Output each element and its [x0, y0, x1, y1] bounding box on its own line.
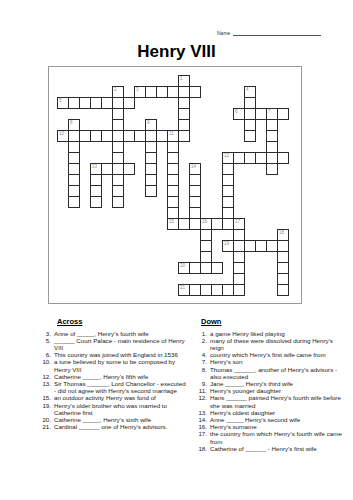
grid-cell-r11c3[interactable] — [90, 196, 102, 208]
clue-text: ______ Court Palace - main residence of … — [54, 337, 186, 351]
cell-number-17: 17 — [235, 219, 240, 224]
cell-number-2: 2 — [114, 87, 117, 92]
grid-cell-r5c17[interactable] — [244, 130, 256, 142]
clue-text: country which Henry's first wife came fr… — [210, 351, 345, 358]
across-clue-12: 12.Catherine _____, Henry's fifth wife — [38, 373, 186, 380]
down-heading: Down — [201, 317, 345, 326]
clue-number: 17. — [193, 430, 210, 444]
grid-cell-r19c20[interactable] — [277, 284, 289, 296]
across-clue-3: 3.Anne of _____, Henry's fourth wife — [38, 330, 186, 337]
clue-number: 15. — [38, 394, 54, 401]
across-clue-5: 5.______ Court Palace - main residence o… — [38, 337, 186, 351]
cell-number-15: 15 — [169, 219, 174, 224]
cell-number-11: 11 — [169, 131, 174, 136]
across-clue-10: 10.a tune believed by some to be compose… — [38, 358, 186, 372]
page-title: Henry VIII — [0, 42, 353, 62]
clue-number: 13. — [193, 409, 210, 416]
grid-cells: 123456789101112131415161718192021 — [57, 75, 291, 298]
down-clue-13: 13.Henry's oldest daughter — [193, 409, 345, 416]
cell-number-12: 12 — [224, 153, 229, 158]
clue-number: 12. — [193, 394, 210, 408]
cell-number-19: 19 — [224, 241, 229, 246]
clue-number: 12. — [38, 373, 54, 380]
clue-text: Hans ______ painted Henry's fourth wife … — [210, 394, 345, 408]
down-clue-16: 16.Henry's surname — [193, 423, 345, 430]
cell-number-8: 8 — [70, 120, 73, 125]
clue-text: Thomas ______, another of Henry's adviso… — [210, 366, 345, 380]
down-clue-11: 11.Henry's younger daughter — [193, 387, 345, 394]
cell-number-14: 14 — [191, 164, 196, 169]
clue-number: 6. — [38, 351, 54, 358]
across-clue-20: 20.Catherine _____, Henry's sixth wife — [38, 416, 186, 423]
across-column: Across 3.Anne of _____, Henry's fourth w… — [38, 317, 186, 430]
clue-text: Anne _____ Henry's second wife — [210, 416, 345, 423]
clue-number: 16. — [193, 423, 210, 430]
clue-text: Henry's oldest daughter — [210, 409, 345, 416]
grid-cell-r8c19[interactable] — [266, 163, 278, 175]
clue-text: Catherine _____, Henry's fifth wife — [54, 373, 186, 380]
clue-number: 3. — [38, 330, 54, 337]
clue-text: an outdoor activity Henry was fond of — [54, 394, 186, 401]
down-clue-list: 1.a game Henry liked playing2.many of th… — [193, 330, 345, 452]
cell-number-9: 9 — [147, 120, 150, 125]
name-row: Name — [217, 30, 321, 36]
grid-cell-r2c6[interactable] — [123, 97, 135, 109]
clue-text: Anne of _____, Henry's fourth wife — [54, 330, 186, 337]
clue-text: Henry's older brother who was married to… — [54, 402, 186, 416]
down-clue-17: 17.the country from which Henry's fourth… — [193, 430, 345, 444]
clue-number: 10. — [38, 358, 54, 372]
grid-cell-r19c16[interactable] — [233, 284, 245, 296]
clue-number: 4. — [193, 351, 210, 358]
cell-number-21: 21 — [180, 285, 185, 290]
clue-text: the country from which Henry's fourth wi… — [210, 430, 345, 444]
cell-number-5: 5 — [59, 98, 62, 103]
clue-number: 18. — [193, 445, 210, 452]
worksheet-page: Name Henry VIII 123456789101112131415161… — [0, 0, 353, 500]
cell-number-4: 4 — [246, 87, 249, 92]
cell-number-20: 20 — [180, 263, 185, 268]
down-clue-4: 4.country which Henry's first wife came … — [193, 351, 345, 358]
clue-number: 13. — [38, 380, 54, 394]
clue-number: 21. — [38, 423, 54, 430]
clue-text: Catherine _____, Henry's sixth wife — [54, 416, 186, 423]
cell-number-18: 18 — [279, 230, 284, 235]
grid-cell-r8c6[interactable] — [123, 163, 135, 175]
down-clue-12: 12.Hans ______ painted Henry's fourth wi… — [193, 394, 345, 408]
crossword-grid: 123456789101112131415161718192021 — [48, 66, 302, 304]
clue-text: Henry's surname — [210, 423, 345, 430]
across-clue-13: 13.Sir Thomas ______, Lord Chancellor - … — [38, 380, 186, 394]
clue-text: Henry's son — [210, 358, 345, 365]
clue-number: 19. — [38, 402, 54, 416]
across-clue-19: 19.Henry's older brother who was married… — [38, 402, 186, 416]
down-clue-8: 8.Thomas ______, another of Henry's advi… — [193, 366, 345, 380]
grid-cell-r1c12[interactable] — [189, 86, 201, 98]
clue-text: a game Henry liked playing — [210, 330, 345, 337]
down-clue-1: 1.a game Henry liked playing — [193, 330, 345, 337]
cell-number-7: 7 — [268, 109, 271, 114]
clue-number: 1. — [193, 330, 210, 337]
grid-cell-r11c1[interactable] — [68, 196, 80, 208]
clue-text: Cardinal ______ one of Henry's advisors. — [54, 423, 186, 430]
clue-number: 2. — [193, 337, 210, 351]
clue-text: many of these were dissolved during Henr… — [210, 337, 345, 351]
name-label: Name — [217, 30, 230, 36]
name-blank-line — [233, 30, 321, 36]
clue-text: This country was joined with England in … — [54, 351, 186, 358]
down-clue-2: 2.many of these were dissolved during He… — [193, 337, 345, 351]
clue-text: Sir Thomas ______, Lord Chancellor - exe… — [54, 380, 186, 394]
cell-number-6: 6 — [235, 109, 238, 114]
down-clue-7: 7.Henry's son — [193, 358, 345, 365]
clue-number: 7. — [193, 358, 210, 365]
across-clue-21: 21.Cardinal ______ one of Henry's adviso… — [38, 423, 186, 430]
clue-text: Jane _____, Henry's third wife — [210, 380, 345, 387]
down-clue-14: 14.Anne _____ Henry's second wife — [193, 416, 345, 423]
clue-number: 11. — [193, 387, 210, 394]
down-clue-9: 9.Jane _____, Henry's third wife — [193, 380, 345, 387]
clue-number: 9. — [193, 380, 210, 387]
cell-number-13: 13 — [92, 164, 97, 169]
cell-number-16: 16 — [202, 219, 207, 224]
clue-number: 8. — [193, 366, 210, 380]
grid-cell-r11c5[interactable] — [112, 196, 124, 208]
down-column: Down 1.a game Henry liked playing2.many … — [193, 317, 345, 452]
clue-text: a tune believed by some to be composed b… — [54, 358, 186, 372]
across-heading: Across — [57, 317, 186, 326]
grid-cell-r17c14[interactable] — [211, 262, 223, 274]
grid-cell-r7c20[interactable] — [277, 152, 289, 164]
cell-number-3: 3 — [136, 87, 139, 92]
across-clue-6: 6.This country was joined with England i… — [38, 351, 186, 358]
clue-text: Henry's younger daughter — [210, 387, 345, 394]
cell-number-10: 10 — [59, 131, 64, 136]
grid-cell-r5c11[interactable] — [178, 130, 190, 142]
grid-cell-r10c8[interactable] — [145, 185, 157, 197]
clue-text: Catherine of ______ - Henry's first wife — [210, 445, 345, 452]
down-clue-18: 18.Catherine of ______ - Henry's first w… — [193, 445, 345, 452]
across-clue-list: 3.Anne of _____, Henry's fourth wife5.__… — [38, 330, 186, 431]
clue-number: 20. — [38, 416, 54, 423]
cell-number-1: 1 — [180, 76, 183, 81]
clue-number: 5. — [38, 337, 54, 351]
grid-cell-r3c20[interactable] — [277, 108, 289, 120]
across-clue-15: 15.an outdoor activity Henry was fond of — [38, 394, 186, 401]
clue-number: 14. — [193, 416, 210, 423]
